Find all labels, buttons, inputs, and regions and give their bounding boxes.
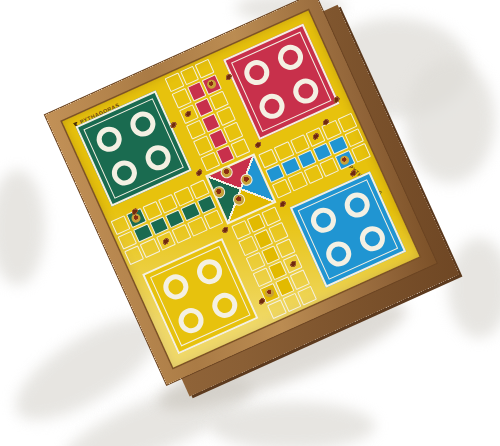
background-smudge <box>405 58 495 183</box>
yellow-yard-slot-3[interactable] <box>175 304 208 337</box>
yellow-start-crest-icon <box>264 287 276 299</box>
blue-yard-slot-4[interactable] <box>356 222 389 255</box>
track-cell-top-r6c3[interactable] <box>231 138 251 158</box>
safe-square-bug-icon <box>311 132 321 142</box>
green-yard-slot-4[interactable] <box>142 141 175 174</box>
green-yard-slot-1[interactable] <box>93 123 126 156</box>
background-smudge <box>448 238 500 338</box>
background-smudge <box>0 170 45 285</box>
board-frame: PYTHAGORAS PYTHAGORAS <box>45 0 437 385</box>
safe-square-bug-icon <box>288 259 298 269</box>
red-start-crest-icon <box>206 79 218 91</box>
photo-background: PYTHAGORAS PYTHAGORAS <box>0 0 500 446</box>
yellow-yard-slot-2[interactable] <box>193 255 226 288</box>
blue-yard-slot-1[interactable] <box>307 204 340 237</box>
track-cell-left-r3c6[interactable] <box>203 210 223 230</box>
red-yard-slot-3[interactable] <box>255 90 288 123</box>
blue-start-crest-icon <box>339 154 351 166</box>
track-cell-bottom-r6c3[interactable] <box>297 285 317 305</box>
yellow-yard-slot-1[interactable] <box>159 270 192 303</box>
blue-yard-slot-3[interactable] <box>322 237 355 270</box>
safe-square-bug-icon <box>161 236 171 246</box>
blue-yard-slot-2[interactable] <box>341 188 374 221</box>
red-yard-slot-4[interactable] <box>289 75 322 108</box>
green-yard-slot-2[interactable] <box>126 107 159 140</box>
background-smudge <box>210 402 375 446</box>
track-cell-right-r3c6[interactable] <box>351 143 371 163</box>
ludo-board: PYTHAGORAS PYTHAGORAS <box>45 0 437 385</box>
red-yard-slot-1[interactable] <box>240 56 273 89</box>
safe-square-bug-icon <box>184 109 194 119</box>
green-yard-slot-3[interactable] <box>108 156 141 189</box>
red-yard-slot-2[interactable] <box>274 41 307 74</box>
yellow-yard-slot-4[interactable] <box>208 289 241 322</box>
